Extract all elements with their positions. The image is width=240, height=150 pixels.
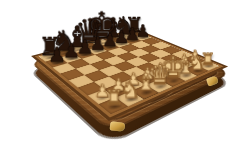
brass-foot xyxy=(110,121,126,132)
chess-set-photo: ♜♞♝♛♚♝♞♜♟♟♟♟♟♟♟♟♟♟♟♟♟♟♟♟♜♞♝♛♚♝♞♜ xyxy=(0,0,240,150)
piece-black-pawn: ♟ xyxy=(48,44,66,64)
piece-white-rook: ♜ xyxy=(105,88,124,109)
